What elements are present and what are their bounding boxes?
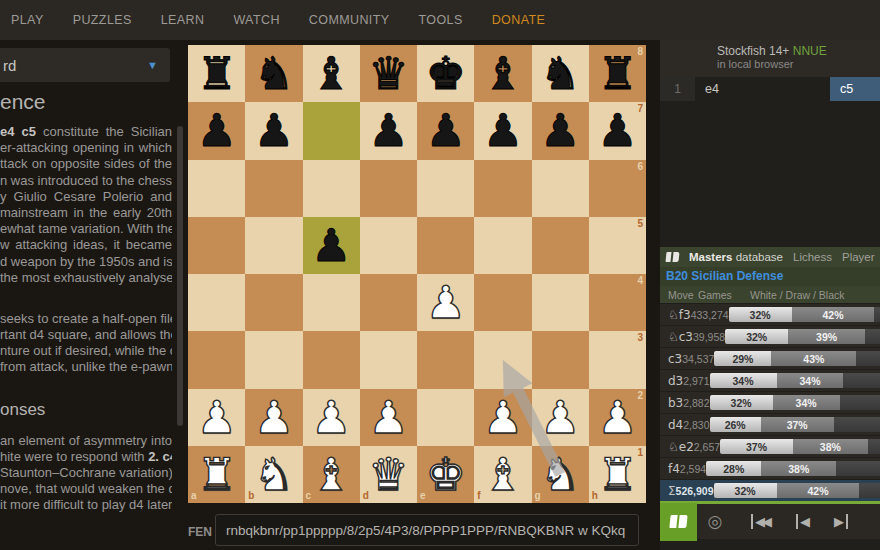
- draw-percent: 39%: [788, 329, 865, 344]
- square-e2[interactable]: [417, 389, 474, 446]
- explorer-tabs: Masters database Lichess Player: [660, 247, 880, 267]
- square-a6[interactable]: [188, 160, 245, 217]
- square-c3[interactable]: [303, 331, 360, 388]
- white-pawn-c2[interactable]: ♟: [311, 395, 351, 440]
- nav-item-donate[interactable]: DONATE: [492, 13, 546, 27]
- square-c7[interactable]: [303, 102, 360, 159]
- result-bar: 29%43%: [714, 351, 880, 366]
- square-f1[interactable]: ♝f: [474, 446, 531, 503]
- square-f6[interactable]: [474, 160, 531, 217]
- engine-name: Stockfish 14+: [717, 44, 789, 58]
- square-h5[interactable]: 5: [589, 217, 646, 274]
- square-d3[interactable]: [360, 331, 417, 388]
- move-white[interactable]: e4: [695, 77, 830, 101]
- article-line: n was introduced to the chess: [0, 173, 172, 189]
- white-queen-d1[interactable]: ♛: [368, 452, 408, 497]
- square-b3[interactable]: [245, 331, 302, 388]
- fen-bar: FEN: [188, 506, 650, 550]
- row-move: d3: [668, 374, 683, 388]
- white-pawn-b2[interactable]: ♟: [254, 395, 294, 440]
- file-label: f: [477, 491, 480, 501]
- square-a2[interactable]: ♟: [188, 389, 245, 446]
- explorer-move-row[interactable]: f42,59428%38%: [660, 457, 880, 479]
- draw-percent: 42%: [777, 483, 860, 498]
- white-pawn-g2[interactable]: ♟: [540, 395, 580, 440]
- explorer-move-row[interactable]: c334,53729%43%: [660, 347, 880, 369]
- rank-label: 7: [637, 104, 643, 114]
- square-h1[interactable]: ♜1h: [589, 446, 646, 503]
- white-rook-a1[interactable]: ♜: [196, 452, 236, 497]
- square-h6[interactable]: 6: [589, 160, 646, 217]
- black-percent: [834, 417, 880, 432]
- black-bishop-f8[interactable]: ♝: [483, 51, 523, 96]
- square-h4[interactable]: 4: [589, 274, 646, 331]
- black-pawn-f7[interactable]: ♟: [483, 108, 523, 153]
- square-f5[interactable]: [474, 217, 531, 274]
- square-b7[interactable]: ♟: [245, 102, 302, 159]
- white-knight-g1[interactable]: ♞: [540, 452, 580, 497]
- white-pawn-h2[interactable]: ♟: [597, 395, 637, 440]
- row-move: c3: [668, 352, 682, 366]
- row-move: f4: [668, 462, 680, 476]
- square-b2[interactable]: ♟: [245, 389, 302, 446]
- black-percent: [859, 483, 880, 498]
- rank-label: 8: [637, 47, 643, 57]
- draw-percent: 43%: [771, 351, 856, 366]
- draw-percent: 42%: [792, 307, 875, 322]
- square-h7[interactable]: ♟7: [589, 102, 646, 159]
- square-e3[interactable]: [417, 331, 474, 388]
- square-b4[interactable]: [245, 274, 302, 331]
- white-percent: 29%: [714, 351, 771, 366]
- square-e6[interactable]: [417, 160, 474, 217]
- engine-location: in local browser: [717, 58, 880, 70]
- article-line: an element of asymmetry into: [0, 433, 172, 449]
- draw-percent: 38%: [793, 439, 868, 454]
- rank-label: 5: [637, 219, 643, 229]
- explorer-move-row[interactable]: d32,97134%34%: [660, 369, 880, 391]
- square-a8[interactable]: ♜: [188, 45, 245, 102]
- book-icon: [665, 252, 679, 262]
- next-move-button[interactable]: ▶: [834, 515, 848, 528]
- file-label: d: [363, 491, 369, 501]
- square-b1[interactable]: ♞b: [245, 446, 302, 503]
- square-e4[interactable]: ♟: [417, 274, 474, 331]
- tab-masters-database[interactable]: Masters database: [689, 251, 783, 263]
- square-h3[interactable]: 3: [589, 331, 646, 388]
- black-percent: [865, 329, 880, 344]
- square-b6[interactable]: [245, 160, 302, 217]
- square-c4[interactable]: [303, 274, 360, 331]
- square-f8[interactable]: ♝: [474, 45, 531, 102]
- fen-input[interactable]: [215, 514, 639, 546]
- article-line: hite were to respond with 2. c4: [0, 449, 172, 465]
- white-percent: 32%: [710, 395, 773, 410]
- square-h8[interactable]: ♜8: [589, 45, 646, 102]
- square-c8[interactable]: ♝: [303, 45, 360, 102]
- white-percent: 32%: [725, 329, 788, 344]
- result-bar: 34%34%: [710, 373, 880, 388]
- white-pawn-f2[interactable]: ♟: [483, 395, 523, 440]
- square-d2[interactable]: ♟: [360, 389, 417, 446]
- square-a4[interactable]: [188, 274, 245, 331]
- nav-item-learn[interactable]: LEARN: [161, 13, 205, 27]
- file-label: e: [420, 491, 426, 501]
- article-heading: ence: [0, 90, 172, 112]
- article-line: seeks to create a half-open file,: [0, 311, 172, 327]
- square-d5[interactable]: [360, 217, 417, 274]
- black-bishop-c8[interactable]: ♝: [311, 51, 351, 96]
- draw-percent: 38%: [761, 461, 836, 476]
- rank-label: 4: [637, 276, 643, 286]
- white-rook-h1[interactable]: ♜: [597, 452, 637, 497]
- result-bar: 32%42%: [729, 307, 880, 322]
- square-e5[interactable]: [417, 217, 474, 274]
- draw-percent: 34%: [777, 373, 844, 388]
- article-subheading: onses: [0, 400, 172, 420]
- article-line: mainstream in the early 20th: [0, 205, 172, 221]
- result-bar: 26%37%: [710, 417, 880, 432]
- draw-percent: 34%: [773, 395, 840, 410]
- square-f7[interactable]: ♟: [474, 102, 531, 159]
- nav-item-watch[interactable]: WATCH: [233, 13, 279, 27]
- explorer-move-row[interactable]: ♘e22,65737%38%: [660, 435, 880, 457]
- book-icon: [669, 515, 687, 528]
- explorer-move-row[interactable]: b32,88232%34%: [660, 391, 880, 413]
- square-a3[interactable]: [188, 331, 245, 388]
- black-pawn-c5[interactable]: ♟: [311, 223, 351, 268]
- row-move: ♘c3: [668, 330, 693, 344]
- move-list: 1 e4 c5: [660, 77, 880, 101]
- white-pawn-d2[interactable]: ♟: [368, 395, 408, 440]
- move-black[interactable]: c5: [830, 77, 880, 101]
- nav-item-play[interactable]: PLAY: [11, 13, 44, 27]
- square-g3[interactable]: [532, 331, 589, 388]
- fen-label: FEN: [188, 525, 212, 539]
- file-label: b: [248, 491, 254, 501]
- rank-label: 6: [637, 162, 643, 172]
- white-percent: 34%: [710, 373, 777, 388]
- explorer-move-row[interactable]: ♘c339,95832%39%: [660, 325, 880, 347]
- article-paragraph: seeks to create a half-open file,rtant d…: [0, 311, 172, 376]
- square-e1[interactable]: ♚e: [417, 446, 474, 503]
- article-line: Staunton–Cochrane variation): [0, 465, 172, 481]
- first-move-button[interactable]: ◀◀: [751, 515, 772, 528]
- square-a7[interactable]: ♟: [188, 102, 245, 159]
- result-bar: 37%38%: [720, 439, 880, 454]
- row-games: 2,830: [683, 419, 709, 431]
- row-move: ♘e2: [668, 440, 694, 454]
- row-move: Σ: [668, 484, 676, 498]
- square-g2[interactable]: ♟: [532, 389, 589, 446]
- black-percent: [840, 395, 880, 410]
- rank-label: 1: [637, 448, 643, 458]
- square-b5[interactable]: [245, 217, 302, 274]
- row-move: ♘f3: [668, 308, 691, 322]
- opening-sidebar: rd ▼ ence e4 c5 constitute the Siciliane…: [0, 40, 188, 550]
- sidebar-scrollbar[interactable]: [177, 126, 183, 426]
- article-line: y Giulio Cesare Polerio and: [0, 189, 172, 205]
- row-games: 526,909: [676, 485, 714, 497]
- nav-item-community[interactable]: COMMUNITY: [309, 13, 390, 27]
- white-percent: 37%: [720, 439, 793, 454]
- article-line: er-attacking opening in which: [0, 140, 172, 156]
- black-knight-b8[interactable]: ♞: [254, 51, 294, 96]
- nav-item-tools[interactable]: TOOLS: [419, 13, 463, 27]
- square-a5[interactable]: [188, 217, 245, 274]
- file-label: c: [306, 491, 312, 501]
- square-g6[interactable]: [532, 160, 589, 217]
- analysis-toolbar: ◎ ◀◀ ◀ ▶: [660, 501, 880, 539]
- row-games: 433,274: [691, 309, 729, 321]
- white-king-e1[interactable]: ♚: [425, 452, 465, 497]
- square-a1[interactable]: ♜a: [188, 446, 245, 503]
- opening-article: ence e4 c5 constitute the Sicilianer-att…: [0, 90, 172, 539]
- square-h2[interactable]: ♟2: [589, 389, 646, 446]
- explorer-toggle-button[interactable]: [660, 503, 697, 541]
- square-d7[interactable]: ♟: [360, 102, 417, 159]
- square-d4[interactable]: [360, 274, 417, 331]
- article-line: from attack, unlike the e-pawn: [0, 359, 172, 375]
- nav-item-puzzles[interactable]: PUZZLES: [73, 13, 132, 27]
- square-c1[interactable]: ♝c: [303, 446, 360, 503]
- draw-percent: 37%: [761, 417, 834, 432]
- explorer-column-headers: Move Games White / Draw / Black: [660, 286, 880, 303]
- black-rook-h8[interactable]: ♜: [597, 51, 637, 96]
- opening-explorer: Masters database Lichess Player B20 Sici…: [660, 247, 880, 501]
- black-pawn-b7[interactable]: ♟: [254, 108, 294, 153]
- square-g4[interactable]: [532, 274, 589, 331]
- square-d6[interactable]: [360, 160, 417, 217]
- variant-select-value: rd: [3, 57, 16, 74]
- black-pawn-h7[interactable]: ♟: [597, 108, 637, 153]
- white-percent: 32%: [729, 307, 792, 322]
- variant-select[interactable]: rd ▼: [0, 48, 170, 82]
- chess-board[interactable]: ♜♞♝♛♚♝♞♜8♟♟♟♟♟♟♟76♟5♟43♟♟♟♟♟♟♟2♜a♞b♝c♛d♚…: [188, 45, 646, 503]
- tab-lichess[interactable]: Lichess: [793, 251, 832, 263]
- square-b8[interactable]: ♞: [245, 45, 302, 102]
- black-pawn-g7[interactable]: ♟: [540, 108, 580, 153]
- article-line: nture out if desired, while the c-: [0, 343, 172, 359]
- result-bar: 32%39%: [725, 329, 880, 344]
- explorer-move-row[interactable]: ♘f3433,27432%42%: [660, 303, 880, 325]
- article-line: nove, that would weaken the d4: [0, 481, 172, 497]
- explorer-rows: ♘f3433,27432%42%♘c339,95832%39%c334,5372…: [660, 303, 880, 501]
- row-games: 2,657: [694, 441, 720, 453]
- practice-target-icon[interactable]: ◎: [697, 511, 733, 532]
- black-queen-d8[interactable]: ♛: [368, 51, 408, 96]
- rank-label: 2: [637, 391, 643, 401]
- black-rook-a8[interactable]: ♜: [196, 51, 236, 96]
- article-line: d weapon by the 1950s and is,: [0, 254, 172, 270]
- result-bar: 32%34%: [710, 395, 880, 410]
- move-number: 1: [660, 77, 695, 101]
- black-pawn-a7[interactable]: ♟: [196, 108, 236, 153]
- result-bar: 28%38%: [706, 461, 880, 476]
- article-paragraph: an element of asymmetry intohite were to…: [0, 433, 172, 514]
- black-percent: [843, 373, 880, 388]
- previous-move-button[interactable]: ◀: [796, 515, 810, 528]
- square-g7[interactable]: ♟: [532, 102, 589, 159]
- tab-player[interactable]: Player: [842, 251, 875, 263]
- row-games: 34,537: [682, 353, 714, 365]
- chevron-down-icon: ▼: [147, 59, 158, 71]
- square-c6[interactable]: [303, 160, 360, 217]
- row-games: 2,971: [683, 375, 709, 387]
- black-knight-g8[interactable]: ♞: [540, 51, 580, 96]
- file-label: h: [592, 491, 598, 501]
- white-knight-b1[interactable]: ♞: [254, 452, 294, 497]
- article-line: ttack on opposite sides of the: [0, 156, 172, 172]
- article-line: w attacking ideas, it became: [0, 237, 172, 253]
- white-pawn-e4[interactable]: ♟: [425, 280, 465, 325]
- square-e7[interactable]: ♟: [417, 102, 474, 159]
- row-games: 2,594: [680, 463, 706, 475]
- square-g1[interactable]: ♞g: [532, 446, 589, 503]
- square-f4[interactable]: [474, 274, 531, 331]
- article-paragraph: e4 c5 constitute the Sicilianer-attackin…: [0, 124, 172, 286]
- opening-name-link[interactable]: B20 Sicilian Defense: [660, 267, 880, 286]
- square-f2[interactable]: ♟: [474, 389, 531, 446]
- black-percent: [868, 439, 880, 454]
- top-navigation: PLAYPUZZLESLEARNWATCHCOMMUNITYTOOLSDONAT…: [0, 0, 880, 40]
- square-g8[interactable]: ♞: [532, 45, 589, 102]
- engine-info[interactable]: Stockfish 14+ NNUE in local browser: [660, 40, 880, 77]
- square-c5[interactable]: ♟: [303, 217, 360, 274]
- article-line: it more difficult to play d4 later: [0, 497, 172, 513]
- square-f3[interactable]: [474, 331, 531, 388]
- square-d1[interactable]: ♛d: [360, 446, 417, 503]
- black-pawn-e7[interactable]: ♟: [425, 108, 465, 153]
- article-line: rtant d4 square, and allows the: [0, 327, 172, 343]
- row-games: 39,958: [693, 331, 725, 343]
- white-bishop-c1[interactable]: ♝: [311, 452, 351, 497]
- square-e8[interactable]: ♚: [417, 45, 474, 102]
- row-move: d4: [668, 418, 683, 432]
- row-move: b3: [668, 396, 683, 410]
- white-percent: 26%: [710, 417, 761, 432]
- black-percent: [874, 307, 880, 322]
- article-line: ewhat tame variation. With the: [0, 221, 172, 237]
- black-percent: [836, 461, 880, 476]
- square-d8[interactable]: ♛: [360, 45, 417, 102]
- white-pawn-a2[interactable]: ♟: [196, 395, 236, 440]
- black-king-e8[interactable]: ♚: [425, 51, 465, 96]
- black-percent: [856, 351, 880, 366]
- file-label: a: [191, 491, 197, 501]
- explorer-total-row[interactable]: Σ526,90932%42%: [660, 479, 880, 501]
- analysis-panel: Stockfish 14+ NNUE in local browser 1 e4…: [660, 40, 880, 550]
- white-percent: 32%: [714, 483, 777, 498]
- square-g5[interactable]: [532, 217, 589, 274]
- black-pawn-d7[interactable]: ♟: [368, 108, 408, 153]
- engine-badge: NNUE: [793, 44, 827, 58]
- white-bishop-f1[interactable]: ♝: [483, 452, 523, 497]
- result-bar: 32%42%: [714, 483, 880, 498]
- article-line: the most exhaustively analysed: [0, 270, 172, 286]
- white-percent: 28%: [706, 461, 761, 476]
- file-label: g: [535, 491, 541, 501]
- explorer-move-row[interactable]: d42,83026%37%: [660, 413, 880, 435]
- square-c2[interactable]: ♟: [303, 389, 360, 446]
- row-games: 2,882: [683, 397, 709, 409]
- article-line: e4 c5 constitute the Sicilian: [0, 124, 172, 140]
- rank-label: 3: [637, 333, 643, 343]
